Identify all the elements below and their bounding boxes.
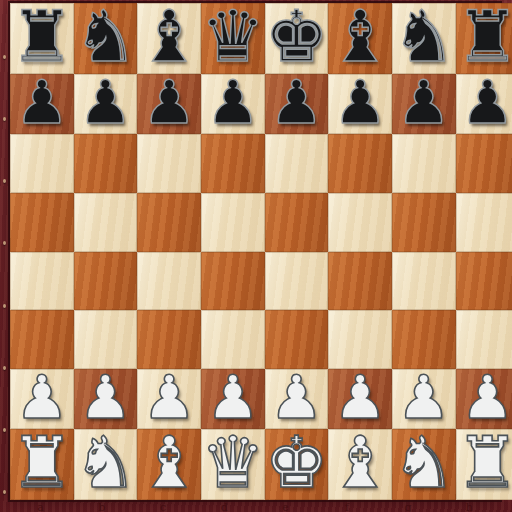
square-g4[interactable]: [392, 252, 456, 311]
border-stud: [3, 428, 6, 432]
piece-black-pawn: ♟: [15, 72, 69, 132]
square-g6[interactable]: [392, 134, 456, 193]
file-label-e: e: [255, 501, 316, 512]
square-b4[interactable]: [74, 252, 138, 311]
piece-white-pawn: ♟: [333, 367, 387, 427]
square-b8[interactable]: ♞: [74, 3, 138, 74]
square-f6[interactable]: [328, 134, 392, 193]
square-f4[interactable]: [328, 252, 392, 311]
chess-app-window: ♜♞♝♛♚♝♞♜♟♟♟♟♟♟♟♟♟♟♟♟♟♟♟♟♜♞♝♛♚♝♞♜ abcdefg…: [0, 0, 512, 512]
square-d1[interactable]: ♛: [201, 429, 265, 500]
piece-black-rook: ♜: [10, 1, 74, 72]
piece-white-queen: ♛: [201, 427, 265, 498]
square-h8[interactable]: ♜: [456, 3, 512, 74]
square-d2[interactable]: ♟: [201, 369, 265, 429]
square-b1[interactable]: ♞: [74, 429, 138, 500]
square-d4[interactable]: [201, 252, 265, 311]
square-f8[interactable]: ♝: [328, 3, 392, 74]
piece-black-bishop: ♝: [328, 1, 392, 72]
square-e6[interactable]: [265, 134, 329, 193]
square-h5[interactable]: [456, 193, 512, 252]
square-g1[interactable]: ♞: [392, 429, 456, 500]
square-b3[interactable]: [74, 310, 138, 369]
piece-black-pawn: ♟: [79, 72, 133, 132]
square-a1[interactable]: ♜: [10, 429, 74, 500]
square-h6[interactable]: [456, 134, 512, 193]
square-h1[interactable]: ♜: [456, 429, 512, 500]
square-h4[interactable]: [456, 252, 512, 311]
file-label-c: c: [133, 501, 194, 512]
square-e2[interactable]: ♟: [265, 369, 329, 429]
piece-white-rook: ♜: [10, 427, 74, 498]
square-c8[interactable]: ♝: [137, 3, 201, 74]
piece-white-pawn: ♟: [270, 367, 324, 427]
border-stud: [3, 304, 6, 308]
square-h2[interactable]: ♟: [456, 369, 512, 429]
border-stud: [3, 55, 6, 59]
square-a4[interactable]: [10, 252, 74, 311]
square-g2[interactable]: ♟: [392, 369, 456, 429]
square-f3[interactable]: [328, 310, 392, 369]
square-b5[interactable]: [74, 193, 138, 252]
piece-black-pawn: ♟: [397, 72, 451, 132]
piece-black-bishop: ♝: [137, 1, 201, 72]
piece-white-knight: ♞: [392, 427, 456, 498]
square-a3[interactable]: [10, 310, 74, 369]
square-c7[interactable]: ♟: [137, 74, 201, 134]
square-g5[interactable]: [392, 193, 456, 252]
square-h3[interactable]: [456, 310, 512, 369]
file-label-g: g: [378, 501, 439, 512]
file-label-a: a: [10, 501, 71, 512]
piece-black-rook: ♜: [456, 1, 512, 72]
square-e7[interactable]: ♟: [265, 74, 329, 134]
piece-white-pawn: ♟: [142, 367, 196, 427]
square-a7[interactable]: ♟: [10, 74, 74, 134]
piece-white-pawn: ♟: [206, 367, 260, 427]
square-e5[interactable]: [265, 193, 329, 252]
file-label-d: d: [194, 501, 255, 512]
piece-white-pawn: ♟: [397, 367, 451, 427]
piece-black-king: ♚: [265, 1, 329, 72]
square-a5[interactable]: [10, 193, 74, 252]
square-h7[interactable]: ♟: [456, 74, 512, 134]
square-a8[interactable]: ♜: [10, 3, 74, 74]
square-f2[interactable]: ♟: [328, 369, 392, 429]
piece-white-bishop: ♝: [328, 427, 392, 498]
square-f7[interactable]: ♟: [328, 74, 392, 134]
square-g8[interactable]: ♞: [392, 3, 456, 74]
file-label-h: h: [439, 501, 500, 512]
square-e4[interactable]: [265, 252, 329, 311]
border-stud: [3, 179, 6, 183]
square-e1[interactable]: ♚: [265, 429, 329, 500]
square-g7[interactable]: ♟: [392, 74, 456, 134]
square-b2[interactable]: ♟: [74, 369, 138, 429]
piece-black-knight: ♞: [392, 1, 456, 72]
square-d3[interactable]: [201, 310, 265, 369]
square-b7[interactable]: ♟: [74, 74, 138, 134]
square-c3[interactable]: [137, 310, 201, 369]
square-c5[interactable]: [137, 193, 201, 252]
square-c4[interactable]: [137, 252, 201, 311]
piece-white-king: ♚: [265, 427, 329, 498]
piece-black-knight: ♞: [74, 1, 138, 72]
square-c1[interactable]: ♝: [137, 429, 201, 500]
piece-black-pawn: ♟: [461, 72, 512, 132]
piece-black-pawn: ♟: [142, 72, 196, 132]
chess-board: ♜♞♝♛♚♝♞♜♟♟♟♟♟♟♟♟♟♟♟♟♟♟♟♟♜♞♝♛♚♝♞♜: [10, 3, 500, 500]
piece-black-pawn: ♟: [206, 72, 260, 132]
square-b6[interactable]: [74, 134, 138, 193]
piece-white-pawn: ♟: [15, 367, 69, 427]
square-d8[interactable]: ♛: [201, 3, 265, 74]
border-stud: [3, 117, 6, 121]
file-label-f: f: [316, 501, 377, 512]
piece-black-pawn: ♟: [270, 72, 324, 132]
square-a2[interactable]: ♟: [10, 369, 74, 429]
piece-white-pawn: ♟: [79, 367, 133, 427]
square-g3[interactable]: [392, 310, 456, 369]
border-stud: [3, 366, 6, 370]
square-d5[interactable]: [201, 193, 265, 252]
square-f5[interactable]: [328, 193, 392, 252]
square-e8[interactable]: ♚: [265, 3, 329, 74]
square-a6[interactable]: [10, 134, 74, 193]
square-d7[interactable]: ♟: [201, 74, 265, 134]
piece-white-pawn: ♟: [461, 367, 512, 427]
square-c2[interactable]: ♟: [137, 369, 201, 429]
square-f1[interactable]: ♝: [328, 429, 392, 500]
piece-white-bishop: ♝: [137, 427, 201, 498]
piece-white-knight: ♞: [74, 427, 138, 498]
piece-white-rook: ♜: [456, 427, 512, 498]
square-d6[interactable]: [201, 134, 265, 193]
file-label-b: b: [71, 501, 132, 512]
square-e3[interactable]: [265, 310, 329, 369]
piece-black-pawn: ♟: [333, 72, 387, 132]
border-stud: [3, 490, 6, 494]
piece-black-queen: ♛: [201, 1, 265, 72]
square-c6[interactable]: [137, 134, 201, 193]
file-labels: abcdefgh: [10, 501, 500, 512]
border-stud: [3, 241, 6, 245]
